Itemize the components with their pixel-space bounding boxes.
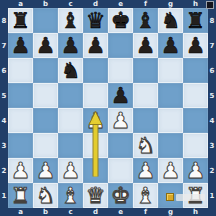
chess-board: ♜♝♛♚♝♞♜♟♟♟♟♟♟♟♞♟♟♟♞♟♟♟♟♟♟♜♞♝♛♚♝♜ [8,8,208,208]
rank-label-left-7: 7 [0,33,8,58]
square-c5[interactable] [58,83,83,108]
square-b4[interactable] [33,108,58,133]
black-knight-g8: ♞ [161,8,181,33]
rank-label-right-4: 4 [208,108,216,133]
white-pawn-g2: ♟ [161,158,181,183]
square-e8[interactable]: ♚ [108,8,133,33]
square-f1[interactable]: ♝ [133,183,158,208]
rank-label-right-5: 5 [208,83,216,108]
square-c7[interactable]: ♟ [58,33,83,58]
square-c2[interactable]: ♟ [58,158,83,183]
square-e4[interactable]: ♟ [108,108,133,133]
square-e1[interactable]: ♚ [108,183,133,208]
white-pawn-f2: ♟ [136,158,156,183]
rank-label-left-6: 6 [0,58,8,83]
square-c8[interactable]: ♝ [58,8,83,33]
square-b3[interactable] [33,133,58,158]
square-a7[interactable]: ♟ [8,33,33,58]
black-pawn-f7: ♟ [136,33,156,58]
watermark-logo-icon [166,193,174,201]
black-to-move-indicator-icon [206,1,214,9]
rank-label-right-7: 7 [208,33,216,58]
black-bishop-c8: ♝ [61,8,81,33]
square-e5[interactable]: ♟ [108,83,133,108]
square-e7[interactable] [108,33,133,58]
rank-label-right-8: 8 [208,8,216,33]
square-h2[interactable]: ♟ [183,158,208,183]
rank-label-left-4: 4 [0,108,8,133]
black-pawn-h7: ♟ [186,33,206,58]
square-e3[interactable] [108,133,133,158]
square-b5[interactable] [33,83,58,108]
square-h4[interactable] [183,108,208,133]
square-f4[interactable] [133,108,158,133]
file-label-top-f: f [133,0,158,8]
black-pawn-e5: ♟ [111,83,131,108]
rank-label-left-5: 5 [0,83,8,108]
watermark [166,193,205,201]
watermark-text [176,194,205,201]
square-f5[interactable] [133,83,158,108]
square-d1[interactable]: ♛ [83,183,108,208]
file-label-bottom-b: b [33,208,58,216]
file-label-top-h: h [183,0,208,8]
file-label-bottom-d: d [83,208,108,216]
square-h8[interactable]: ♜ [183,8,208,33]
square-c4[interactable] [58,108,83,133]
white-king-e1: ♚ [111,183,131,208]
square-c6[interactable]: ♞ [58,58,83,83]
square-g7[interactable]: ♟ [158,33,183,58]
black-pawn-a7: ♟ [11,33,31,58]
rank-label-right-6: 6 [208,58,216,83]
square-h7[interactable]: ♟ [183,33,208,58]
file-label-bottom-e: e [108,208,133,216]
white-pawn-h2: ♟ [186,158,206,183]
file-label-top-e: e [108,0,133,8]
white-pawn-e4: ♟ [111,108,131,133]
black-king-e8: ♚ [111,8,131,33]
square-b8[interactable] [33,8,58,33]
black-queen-d8: ♛ [86,8,106,33]
square-c1[interactable]: ♝ [58,183,83,208]
white-bishop-f1: ♝ [136,183,156,208]
square-f7[interactable]: ♟ [133,33,158,58]
rank-label-left-3: 3 [0,133,8,158]
square-e2[interactable] [108,158,133,183]
file-label-bottom-a: a [8,208,33,216]
square-e6[interactable] [108,58,133,83]
square-a3[interactable] [8,133,33,158]
square-f8[interactable]: ♝ [133,8,158,33]
square-a2[interactable]: ♟ [8,158,33,183]
black-pawn-g7: ♟ [161,33,181,58]
rank-label-left-1: 1 [0,183,8,208]
black-knight-c6: ♞ [61,58,81,83]
white-pawn-a2: ♟ [11,158,31,183]
file-label-top-g: g [158,0,183,8]
square-a5[interactable] [8,83,33,108]
square-h6[interactable] [183,58,208,83]
square-h3[interactable] [183,133,208,158]
square-a6[interactable] [8,58,33,83]
square-a4[interactable] [8,108,33,133]
white-knight-f3: ♞ [136,133,156,158]
black-pawn-b7: ♟ [36,33,56,58]
square-d6[interactable] [83,58,108,83]
black-rook-h8: ♜ [186,8,206,33]
square-g8[interactable]: ♞ [158,8,183,33]
square-h5[interactable] [183,83,208,108]
square-d2[interactable] [83,158,108,183]
chess-diagram: ♜♝♛♚♝♞♜♟♟♟♟♟♟♟♞♟♟♟♞♟♟♟♟♟♟♜♞♝♛♚♝♜ abcdefg… [0,0,216,216]
square-f2[interactable]: ♟ [133,158,158,183]
square-g6[interactable] [158,58,183,83]
file-label-bottom-c: c [58,208,83,216]
file-label-top-c: c [58,0,83,8]
square-g3[interactable] [158,133,183,158]
file-label-top-a: a [8,0,33,8]
white-pawn-c2: ♟ [61,158,81,183]
square-b2[interactable]: ♟ [33,158,58,183]
square-d8[interactable]: ♛ [83,8,108,33]
file-label-bottom-g: g [158,208,183,216]
black-pawn-d7: ♟ [86,33,106,58]
square-g4[interactable] [158,108,183,133]
white-knight-b1: ♞ [36,183,56,208]
square-f3[interactable]: ♞ [133,133,158,158]
file-label-bottom-f: f [133,208,158,216]
black-rook-a8: ♜ [11,8,31,33]
square-c3[interactable] [58,133,83,158]
white-bishop-c1: ♝ [61,183,81,208]
square-b1[interactable]: ♞ [33,183,58,208]
black-pawn-c7: ♟ [61,33,81,58]
square-d4[interactable]: ♟ [83,108,108,133]
rank-label-right-1: 1 [208,183,216,208]
white-pawn-b2: ♟ [36,158,56,183]
rank-label-right-2: 2 [208,158,216,183]
rank-label-left-8: 8 [0,8,8,33]
square-g5[interactable] [158,83,183,108]
rank-label-right-3: 3 [208,133,216,158]
square-a1[interactable]: ♜ [8,183,33,208]
square-b7[interactable]: ♟ [33,33,58,58]
square-a8[interactable]: ♜ [8,8,33,33]
black-bishop-f8: ♝ [136,8,156,33]
white-queen-d1: ♛ [86,183,106,208]
file-label-top-d: d [83,0,108,8]
square-b6[interactable] [33,58,58,83]
square-d7[interactable]: ♟ [83,33,108,58]
square-d3[interactable] [83,133,108,158]
white-rook-a1: ♜ [11,183,31,208]
file-label-bottom-h: h [183,208,208,216]
square-f6[interactable] [133,58,158,83]
rank-label-left-2: 2 [0,158,8,183]
file-label-top-b: b [33,0,58,8]
white-pawn-d4: ♟ [86,108,106,133]
square-g2[interactable]: ♟ [158,158,183,183]
square-d5[interactable] [83,83,108,108]
